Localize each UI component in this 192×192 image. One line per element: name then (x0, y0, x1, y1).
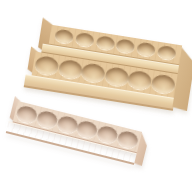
bottle-hole (95, 35, 115, 51)
photo-background (0, 0, 192, 192)
bottle-hole (116, 38, 136, 54)
bottle-hole (96, 124, 119, 144)
bottle-hole (54, 29, 74, 45)
bottle-hole (75, 32, 95, 48)
bottle-hole (56, 114, 79, 134)
bottle-hole (157, 45, 177, 61)
bottle-hole (151, 73, 177, 94)
bottle-hole (57, 59, 83, 80)
bottle-hole (36, 109, 59, 129)
two-tier-rack (24, 22, 192, 113)
bottle-hole (136, 42, 156, 58)
bottle-hole (116, 129, 139, 149)
bottle-hole (104, 66, 130, 87)
bottle-hole (76, 119, 99, 139)
bottle-hole (81, 62, 107, 83)
bottle-hole (34, 55, 60, 76)
flat-tray (6, 100, 150, 167)
bottle-hole (15, 104, 38, 124)
bottle-hole (127, 70, 153, 91)
